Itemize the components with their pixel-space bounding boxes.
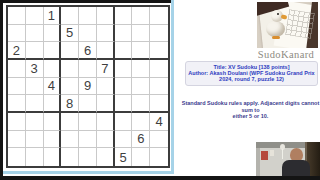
cell-r5c9[interactable] xyxy=(150,78,168,96)
cell-r3c1[interactable]: 2 xyxy=(8,42,26,60)
cell-r5c6[interactable] xyxy=(97,78,115,96)
cell-r7c5[interactable] xyxy=(79,113,97,131)
cell-r9c2[interactable] xyxy=(26,148,44,166)
cell-r1c6[interactable] xyxy=(97,7,115,25)
cell-r1c2[interactable] xyxy=(26,7,44,25)
puzzle-title-box: Title: XV Sudoku [138 points]Author: Aka… xyxy=(185,61,318,86)
applet-border-bottom xyxy=(3,171,174,174)
cell-r4c4[interactable] xyxy=(61,60,79,78)
cell-r7c6[interactable] xyxy=(97,113,115,131)
cell-r1c7[interactable] xyxy=(115,7,133,25)
cell-r6c8[interactable] xyxy=(132,95,150,113)
cell-r1c1[interactable] xyxy=(8,7,26,25)
cell-r4c8[interactable] xyxy=(132,60,150,78)
cell-r8c7[interactable] xyxy=(115,131,133,149)
webcam-poster xyxy=(261,151,268,160)
duck-plush-body xyxy=(266,21,285,37)
cell-r3c6[interactable] xyxy=(97,42,115,60)
cell-r4c5[interactable] xyxy=(79,60,97,78)
cell-r9c3[interactable] xyxy=(44,148,62,166)
sudoku-grid: 152637498465 xyxy=(6,5,170,168)
cell-r1c4[interactable] xyxy=(61,7,79,25)
printed-puzzle-grid xyxy=(285,9,315,39)
cell-r9c9[interactable] xyxy=(150,148,168,166)
cell-r1c5[interactable] xyxy=(79,7,97,25)
cell-r6c7[interactable] xyxy=(115,95,133,113)
bottom-black-bar xyxy=(0,176,320,180)
cell-r8c4[interactable] xyxy=(61,131,79,149)
cell-r5c8[interactable] xyxy=(132,78,150,96)
cell-r7c4[interactable] xyxy=(61,113,79,131)
cell-r3c7[interactable] xyxy=(115,42,133,60)
webcam-poster xyxy=(270,150,274,156)
webcam-wall xyxy=(256,148,260,176)
duck-foot xyxy=(272,36,280,39)
cell-r7c1[interactable] xyxy=(8,113,26,131)
cell-r5c3[interactable]: 4 xyxy=(44,78,62,96)
cell-r6c1[interactable] xyxy=(8,95,26,113)
cell-r2c3[interactable] xyxy=(44,25,62,43)
cell-r2c5[interactable] xyxy=(79,25,97,43)
cell-r8c9[interactable] xyxy=(150,131,168,149)
cell-r6c3[interactable] xyxy=(44,95,62,113)
cell-r4c6[interactable]: 7 xyxy=(97,60,115,78)
webcam-overlay xyxy=(256,142,320,176)
cell-r5c5[interactable]: 9 xyxy=(79,78,97,96)
cell-r5c1[interactable] xyxy=(8,78,26,96)
cell-r7c9[interactable]: 4 xyxy=(150,113,168,131)
cell-r2c7[interactable] xyxy=(115,25,133,43)
channel-logo-text: SudoKanard xyxy=(250,49,320,60)
cell-r7c2[interactable] xyxy=(26,113,44,131)
cell-r2c4[interactable]: 5 xyxy=(61,25,79,43)
cell-r8c8[interactable]: 6 xyxy=(132,131,150,149)
puzzle-rules-text: Standard Sudoku rules apply. Adjacent di… xyxy=(181,100,320,120)
cell-r4c9[interactable] xyxy=(150,60,168,78)
cell-r9c5[interactable] xyxy=(79,148,97,166)
video-frame: 152637498465 SudoKanard Title: XV Sudoku… xyxy=(0,0,320,180)
cell-r5c2[interactable] xyxy=(26,78,44,96)
cell-r3c8[interactable] xyxy=(132,42,150,60)
cell-r9c1[interactable] xyxy=(8,148,26,166)
cell-r9c8[interactable] xyxy=(132,148,150,166)
cell-r6c4[interactable]: 8 xyxy=(61,95,79,113)
cell-r1c9[interactable] xyxy=(150,7,168,25)
cell-r5c7[interactable] xyxy=(115,78,133,96)
cell-r3c2[interactable] xyxy=(26,42,44,60)
cell-r3c3[interactable] xyxy=(44,42,62,60)
cell-r1c8[interactable] xyxy=(132,7,150,25)
cell-r2c1[interactable] xyxy=(8,25,26,43)
cell-r4c3[interactable] xyxy=(44,60,62,78)
cell-r8c6[interactable] xyxy=(97,131,115,149)
cell-r2c6[interactable] xyxy=(97,25,115,43)
cell-r7c7[interactable] xyxy=(115,113,133,131)
cell-r9c6[interactable] xyxy=(97,148,115,166)
cell-r9c4[interactable] xyxy=(61,148,79,166)
cell-r1c3[interactable]: 1 xyxy=(44,7,62,25)
cell-r4c1[interactable] xyxy=(8,60,26,78)
cell-r4c2[interactable]: 3 xyxy=(26,60,44,78)
cell-r2c8[interactable] xyxy=(132,25,150,43)
cell-r4c7[interactable] xyxy=(115,60,133,78)
cell-r3c9[interactable] xyxy=(150,42,168,60)
left-black-bar xyxy=(0,0,3,176)
cell-r6c2[interactable] xyxy=(26,95,44,113)
duck-eye xyxy=(277,13,279,15)
cell-r7c8[interactable] xyxy=(132,113,150,131)
top-black-bar xyxy=(0,0,171,3)
cell-r3c5[interactable]: 6 xyxy=(79,42,97,60)
cell-r7c3[interactable] xyxy=(44,113,62,131)
cell-r9c7[interactable]: 5 xyxy=(115,148,133,166)
cell-r6c5[interactable] xyxy=(79,95,97,113)
cell-r6c6[interactable] xyxy=(97,95,115,113)
cell-r8c1[interactable] xyxy=(8,131,26,149)
applet-border-right xyxy=(171,0,174,174)
cell-r8c2[interactable] xyxy=(26,131,44,149)
cell-r3c4[interactable] xyxy=(61,42,79,60)
person-torso xyxy=(282,160,310,176)
channel-photo xyxy=(257,2,318,48)
webcam-cord xyxy=(282,149,283,159)
cell-r6c9[interactable] xyxy=(150,95,168,113)
cell-r2c2[interactable] xyxy=(26,25,44,43)
cell-r8c3[interactable] xyxy=(44,131,62,149)
cell-r8c5[interactable] xyxy=(79,131,97,149)
cell-r2c9[interactable] xyxy=(150,25,168,43)
cell-r5c4[interactable] xyxy=(61,78,79,96)
